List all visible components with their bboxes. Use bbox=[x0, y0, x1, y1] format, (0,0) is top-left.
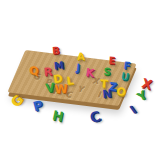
letter-piece-S[interactable]: S bbox=[103, 67, 111, 77]
letter-piece-M[interactable]: M bbox=[54, 61, 65, 72]
letter-piece-N[interactable]: N bbox=[102, 88, 112, 100]
letter-piece-E[interactable]: E bbox=[108, 56, 116, 66]
letter-piece-X[interactable]: X bbox=[140, 76, 153, 91]
letter-piece-O[interactable]: O bbox=[116, 86, 127, 98]
letter-piece-C[interactable]: C bbox=[88, 109, 102, 126]
letter-piece-J[interactable]: J bbox=[76, 63, 81, 73]
product-photo-scene: GPXYHCI BAEFQRMDJKLSUVWTZNOGPHCIYX bbox=[0, 0, 160, 160]
letter-pieces-layer: BAEFQRMDJKLSUVWTZNOGPHCIYX bbox=[0, 0, 160, 160]
letter-piece-W[interactable]: W bbox=[54, 83, 68, 96]
letter-piece-B[interactable]: B bbox=[52, 46, 60, 57]
letter-piece-U[interactable]: U bbox=[120, 71, 130, 82]
letter-piece-K[interactable]: K bbox=[85, 67, 95, 79]
letter-piece-P[interactable]: P bbox=[32, 98, 45, 113]
letter-piece-G[interactable]: G bbox=[9, 93, 26, 110]
letter-piece-Q[interactable]: Q bbox=[29, 65, 40, 77]
letter-piece-R[interactable]: R bbox=[43, 66, 52, 78]
letter-piece-A[interactable]: A bbox=[77, 52, 85, 62]
letter-piece-H[interactable]: H bbox=[51, 109, 64, 124]
letter-piece-I[interactable]: I bbox=[128, 104, 139, 116]
